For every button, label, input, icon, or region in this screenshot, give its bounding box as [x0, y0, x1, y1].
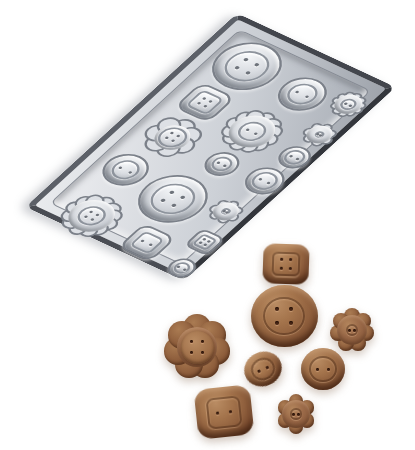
button-hole — [289, 321, 293, 325]
button-hole — [288, 267, 291, 270]
photo-stage — [0, 0, 415, 450]
button-hole — [353, 329, 356, 332]
chocolate-piece-square-button — [262, 243, 309, 285]
button-hole — [229, 410, 232, 413]
button-hole — [348, 329, 351, 332]
button-center — [181, 331, 214, 364]
button-hole — [297, 413, 300, 416]
button-hole — [201, 351, 204, 354]
chocolate-pieces-layer — [0, 0, 415, 450]
button-hole — [327, 368, 330, 371]
chocolate-piece-round-button — [301, 348, 345, 390]
button-rim-ring — [271, 251, 300, 277]
button-rim-ring — [263, 297, 305, 335]
button-rim-ring — [205, 395, 243, 429]
button-hole — [216, 411, 219, 414]
chocolate-piece-square-button — [194, 384, 255, 440]
button-rim-ring — [309, 356, 336, 382]
chocolate-piece-star-flower — [276, 394, 316, 434]
chocolate-piece-daisy-button — [164, 314, 230, 380]
button-hole — [316, 368, 319, 371]
chocolate-piece-star-flower — [330, 308, 374, 352]
chocolate-piece-round-button — [251, 285, 318, 347]
